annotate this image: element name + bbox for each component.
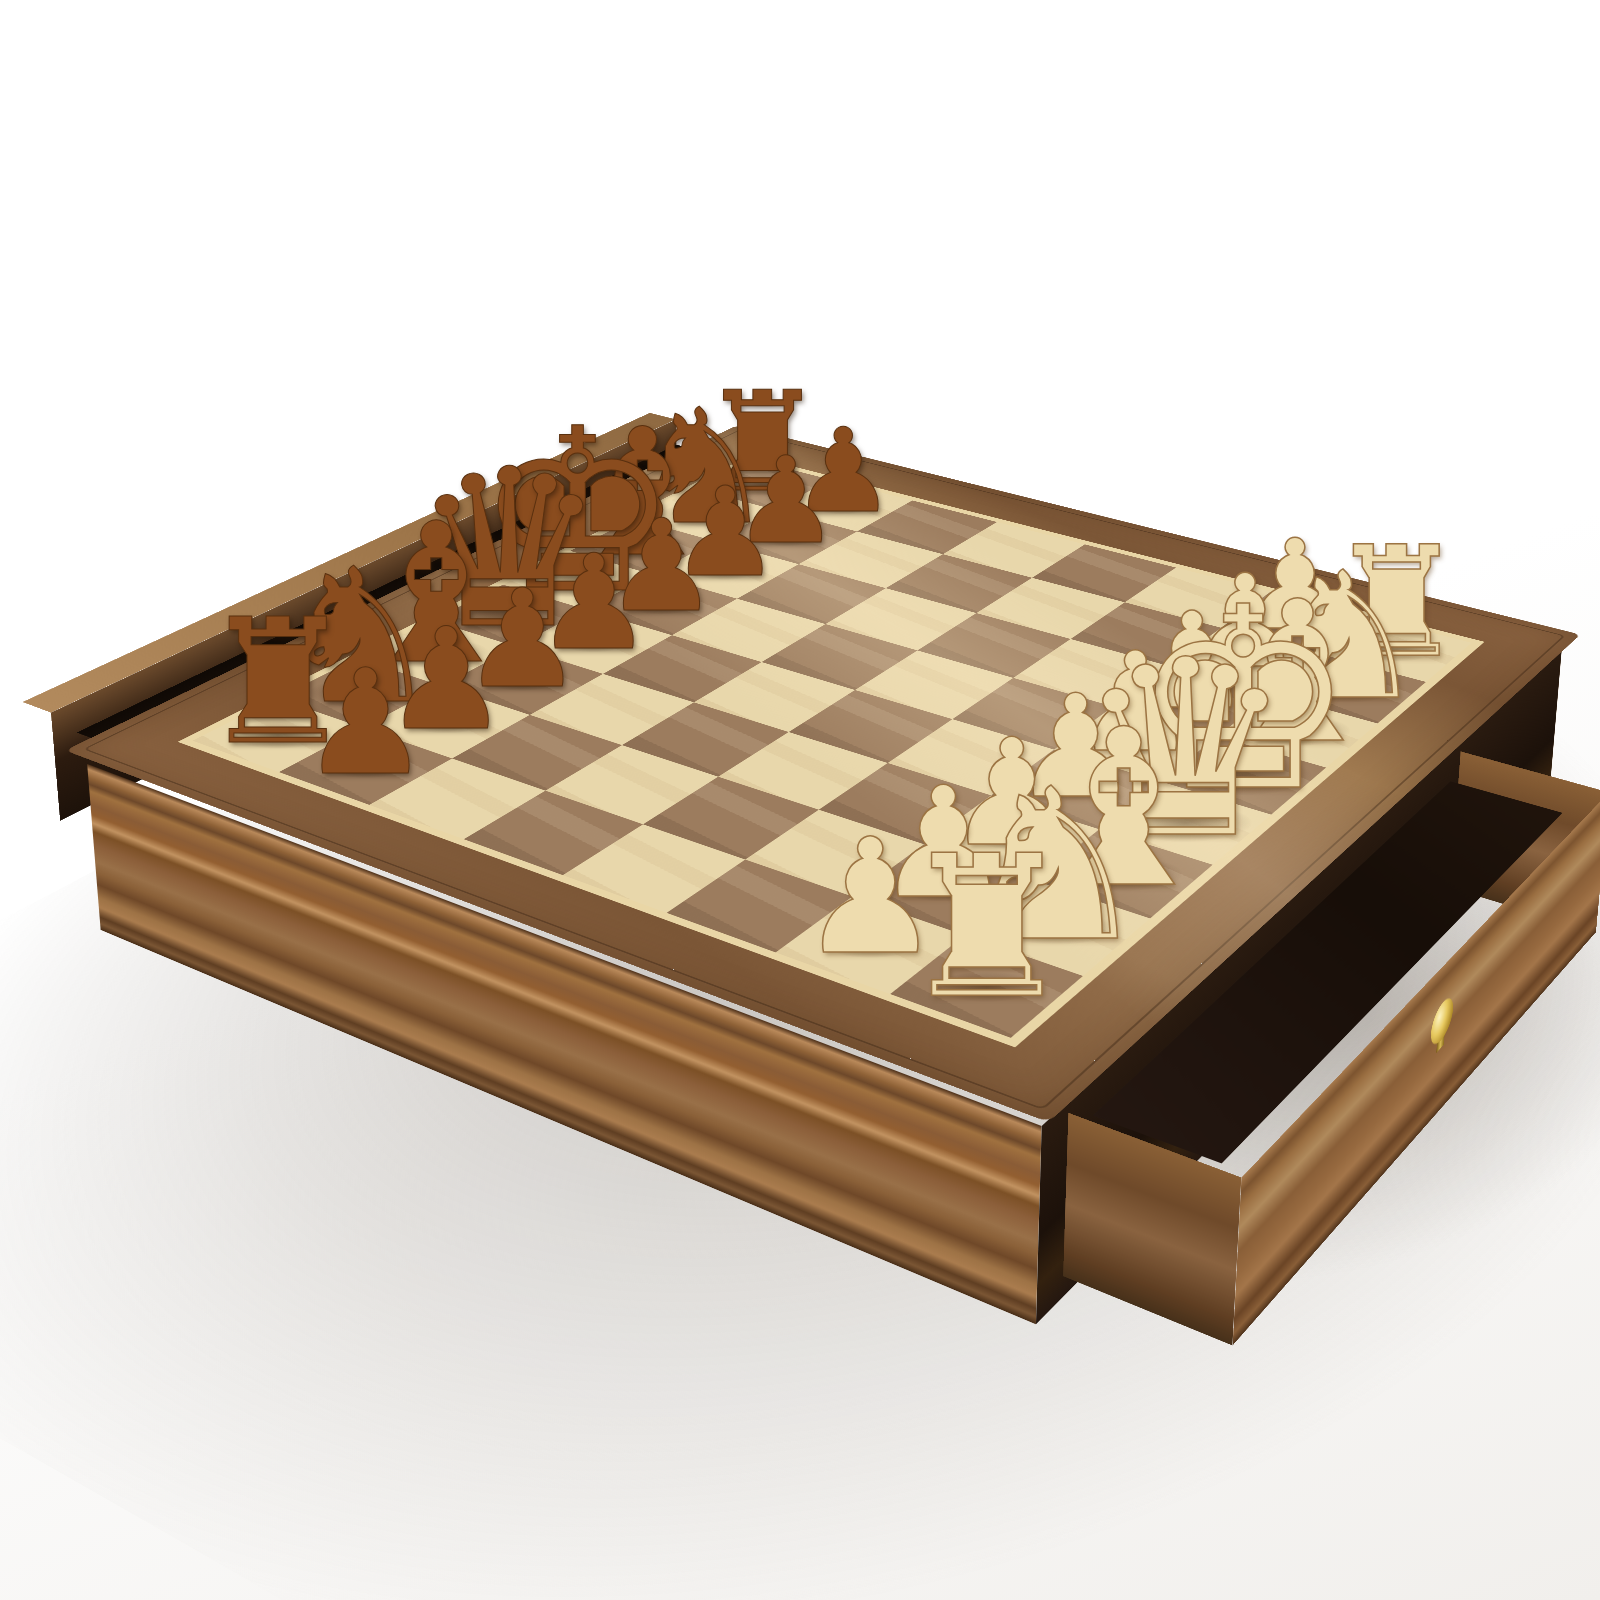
- product-photo-scene: ♜♞♝♛♚♝♞♜♟♟♟♟♟♟♟♟♟♟♟♟♟♟♟♟♜♞♝♛♚♝♞♜: [0, 0, 1600, 1600]
- drawer-knob: [1426, 988, 1457, 1076]
